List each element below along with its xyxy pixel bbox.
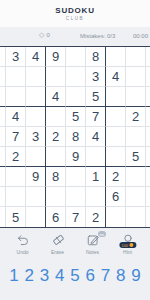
numpad-8[interactable]: 8 <box>115 266 127 286</box>
cell-r9c8[interactable] <box>126 207 146 227</box>
cell-r4c3[interactable] <box>26 107 46 127</box>
mistakes-counter: Mistakes: 0/3 <box>80 33 115 39</box>
cell-r4c4[interactable] <box>46 107 66 127</box>
status-bar: ◇ 0 Mistakes: 0/3 00:00 <box>0 27 150 46</box>
cell-r6c8[interactable]: 5 <box>126 147 146 167</box>
cell-r5c6[interactable]: 4 <box>86 127 106 147</box>
sudoku-board: 34983445457273284295981265672 <box>0 46 150 228</box>
cell-r3c6[interactable]: 5 <box>86 87 106 107</box>
cell-r1c2[interactable]: 3 <box>6 47 26 67</box>
numpad-7[interactable]: 7 <box>100 266 112 286</box>
game-timer: 00:00 <box>133 33 148 39</box>
cell-r5c9[interactable] <box>146 127 150 147</box>
cell-r2c9[interactable] <box>146 67 150 87</box>
cell-r5c4[interactable]: 2 <box>46 127 66 147</box>
cell-r1c3[interactable]: 4 <box>26 47 46 67</box>
cell-r9c9[interactable] <box>146 207 150 227</box>
undo-label: Undo <box>17 249 29 255</box>
cell-r3c9[interactable] <box>146 87 150 107</box>
cell-r3c4[interactable]: 4 <box>46 87 66 107</box>
numpad-5[interactable]: 5 <box>69 266 81 286</box>
gem-counter[interactable]: ◇ 0 <box>39 32 50 38</box>
cell-r4c2[interactable]: 4 <box>6 107 26 127</box>
cell-r4c5[interactable]: 5 <box>66 107 86 127</box>
cell-r9c4[interactable]: 6 <box>46 207 66 227</box>
cell-r9c6[interactable]: 2 <box>86 207 106 227</box>
cell-r2c6[interactable]: 3 <box>86 67 106 87</box>
cell-r8c4[interactable] <box>46 187 66 207</box>
cell-r1c8[interactable] <box>126 47 146 67</box>
notes-state-badge: on <box>98 231 106 237</box>
numpad-9[interactable]: 9 <box>130 266 142 286</box>
numpad-2[interactable]: 2 <box>23 266 35 286</box>
cell-r8c5[interactable] <box>66 187 86 207</box>
hint-button[interactable]: 100 Hint <box>114 233 141 255</box>
cell-r6c3[interactable] <box>26 147 46 167</box>
cell-r8c8[interactable] <box>126 187 146 207</box>
notes-button[interactable]: on Notes <box>79 233 106 255</box>
cell-r5c3[interactable]: 3 <box>26 127 46 147</box>
coin-icon <box>130 243 134 247</box>
app-title: SUDOKU <box>0 0 150 15</box>
cell-r9c5[interactable]: 7 <box>66 207 86 227</box>
cell-r5c5[interactable]: 8 <box>66 127 86 147</box>
cell-r7c8[interactable] <box>126 167 146 187</box>
cell-r6c9[interactable] <box>146 147 150 167</box>
cell-r7c4[interactable]: 8 <box>46 167 66 187</box>
cell-r9c3[interactable] <box>26 207 46 227</box>
hint-label: Hint <box>123 249 132 255</box>
cell-r7c9[interactable] <box>146 167 150 187</box>
cell-r3c7[interactable] <box>106 87 126 107</box>
cell-r2c4[interactable] <box>46 67 66 87</box>
cell-r3c5[interactable] <box>66 87 86 107</box>
cell-r2c2[interactable] <box>6 67 26 87</box>
cell-r7c2[interactable] <box>6 167 26 187</box>
cell-r8c2[interactable] <box>6 187 26 207</box>
numpad-3[interactable]: 3 <box>39 266 51 286</box>
cell-r1c7[interactable] <box>106 47 126 67</box>
app-subtitle: CLUB <box>0 16 150 21</box>
cell-r6c2[interactable]: 2 <box>6 147 26 167</box>
cell-r6c7[interactable] <box>106 147 126 167</box>
cell-r5c2[interactable]: 7 <box>6 127 26 147</box>
notes-label: Notes <box>86 249 99 255</box>
hint-count: 100 <box>121 243 128 248</box>
cell-r5c8[interactable] <box>126 127 146 147</box>
cell-r9c7[interactable] <box>106 207 126 227</box>
cell-r2c5[interactable] <box>66 67 86 87</box>
cell-r9c2[interactable]: 5 <box>6 207 26 227</box>
number-pad: 123456789 <box>0 266 150 286</box>
cell-r6c5[interactable]: 9 <box>66 147 86 167</box>
cell-r2c8[interactable] <box>126 67 146 87</box>
cell-r7c6[interactable]: 1 <box>86 167 106 187</box>
cell-r2c7[interactable]: 4 <box>106 67 126 87</box>
cell-r4c9[interactable] <box>146 107 150 127</box>
eraser-icon <box>51 233 65 247</box>
cell-r1c6[interactable]: 8 <box>86 47 106 67</box>
cell-r8c6[interactable] <box>86 187 106 207</box>
hint-count-badge: 100 <box>119 242 136 248</box>
cell-r8c9[interactable] <box>146 187 150 207</box>
cell-r1c9[interactable] <box>146 47 150 67</box>
erase-button[interactable]: Erase <box>44 233 71 255</box>
cell-r8c3[interactable] <box>26 187 46 207</box>
toolbar: Undo Erase on Notes 100 Hint <box>0 233 150 255</box>
numpad-6[interactable]: 6 <box>84 266 96 286</box>
cell-r4c7[interactable] <box>106 107 126 127</box>
cell-r4c6[interactable]: 7 <box>86 107 106 127</box>
numpad-1[interactable]: 1 <box>8 266 20 286</box>
erase-label: Erase <box>51 249 64 255</box>
cell-r3c3[interactable] <box>26 87 46 107</box>
numpad-4[interactable]: 4 <box>54 266 66 286</box>
gem-count: 0 <box>46 32 49 38</box>
cell-r5c7[interactable] <box>106 127 126 147</box>
cell-r3c8[interactable] <box>126 87 146 107</box>
cell-r1c5[interactable] <box>66 47 86 67</box>
cell-r6c4[interactable] <box>46 147 66 167</box>
cell-r6c6[interactable] <box>86 147 106 167</box>
undo-button[interactable]: Undo <box>9 233 36 255</box>
cell-r7c5[interactable] <box>66 167 86 187</box>
diamond-icon: ◇ <box>39 32 44 38</box>
cell-r2c3[interactable] <box>26 67 46 87</box>
app-header: SUDOKU CLUB <box>0 0 150 27</box>
cell-r7c3[interactable]: 9 <box>26 167 46 187</box>
cell-r3c2[interactable] <box>6 87 26 107</box>
cell-r7c7[interactable]: 2 <box>106 167 126 187</box>
cell-r8c7[interactable]: 6 <box>106 187 126 207</box>
cell-r1c4[interactable]: 9 <box>46 47 66 67</box>
undo-icon <box>16 233 30 247</box>
cell-r4c8[interactable]: 2 <box>126 107 146 127</box>
